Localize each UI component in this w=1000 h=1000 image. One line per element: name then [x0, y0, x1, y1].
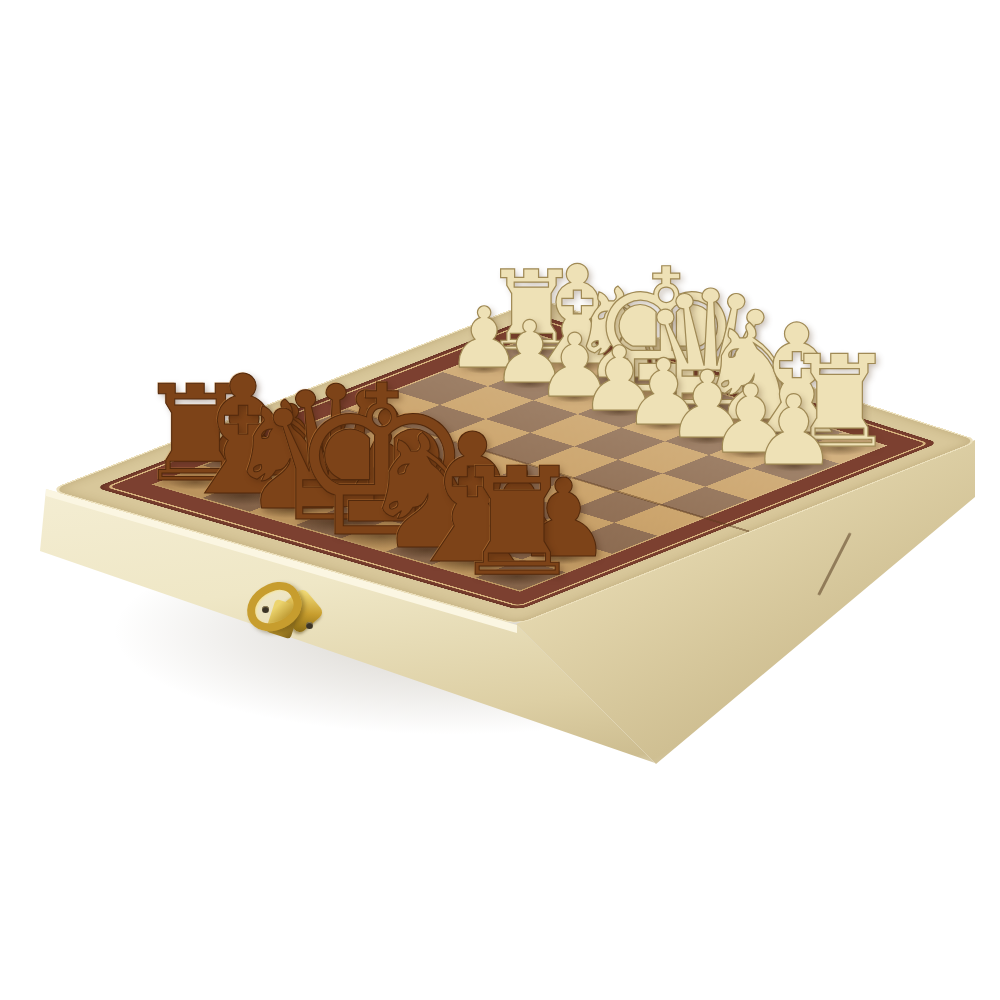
piece-white-pawn-h2: ♟ — [751, 383, 838, 479]
piece-black-rook-h8: ♜ — [450, 448, 584, 597]
clasp-screw — [306, 622, 313, 629]
clasp-screw — [262, 606, 269, 613]
chess-set-photo-scene: ♜♝♞♛♚♞♝♜♟♟♟♟♟♟♟♟♟♟♟♟♟♟♟♟♜♝♞♚♛♞♝♜ — [0, 0, 1000, 1000]
brass-clasp — [240, 576, 340, 666]
